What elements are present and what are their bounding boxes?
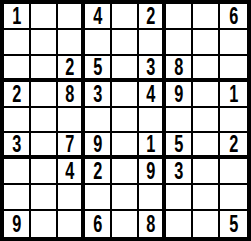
cell-r7c9[interactable] [220,159,247,185]
cell-r1c2[interactable] [31,4,58,30]
given-digit: 4 [65,159,74,183]
given-digit: 3 [12,133,21,156]
cell-r7c2[interactable] [31,159,58,185]
given-digit: 4 [93,4,102,28]
cell-r8c8[interactable] [193,185,220,211]
given-digit: 9 [93,133,102,156]
cell-r6c8[interactable] [193,133,220,159]
cell-r5c1[interactable] [4,108,31,134]
cell-r6c1: 3 [4,133,31,159]
cell-r3c2[interactable] [31,56,58,82]
cell-r8c3[interactable] [58,185,85,211]
cell-r1c5[interactable] [112,4,139,30]
cell-r4c7: 9 [166,82,193,108]
cell-r2c7[interactable] [166,30,193,56]
cell-r5c6[interactable] [139,108,166,134]
cell-r2c5[interactable] [112,30,139,56]
cell-r9c9: 5 [220,211,247,237]
cell-r1c7[interactable] [166,4,193,30]
cell-r4c4: 3 [85,82,112,108]
cell-r9c2[interactable] [31,211,58,237]
given-digit: 7 [65,133,74,156]
given-digit: 3 [93,82,102,106]
cell-r9c4: 6 [85,211,112,237]
cell-r6c3: 7 [58,133,85,159]
given-digit: 2 [229,133,238,156]
cell-r5c8[interactable] [193,108,220,134]
cell-r2c9[interactable] [220,30,247,56]
cell-r8c6[interactable] [139,185,166,211]
given-digit: 9 [146,159,155,183]
cell-r9c5[interactable] [112,211,139,237]
given-digit: 2 [93,159,102,183]
given-digit: 5 [93,56,102,79]
cell-r1c1: 1 [4,4,31,30]
cell-r2c6[interactable] [139,30,166,56]
cell-r7c6: 9 [139,159,166,185]
cell-r2c4[interactable] [85,30,112,56]
cell-r7c1[interactable] [4,159,31,185]
cell-r1c4: 4 [85,4,112,30]
given-digit: 6 [93,212,102,236]
cell-r4c3: 8 [58,82,85,108]
cell-r4c9: 1 [220,82,247,108]
given-digit: 2 [146,4,155,28]
cell-r7c8[interactable] [193,159,220,185]
given-digit: 8 [174,56,183,79]
cell-r4c8[interactable] [193,82,220,108]
given-digit: 1 [229,82,238,106]
cell-r5c7[interactable] [166,108,193,134]
cell-r8c4[interactable] [85,185,112,211]
cell-r3c8[interactable] [193,56,220,82]
given-digit: 2 [65,56,74,79]
cell-r2c2[interactable] [31,30,58,56]
cell-r6c7: 5 [166,133,193,159]
cell-r3c3: 2 [58,56,85,82]
cell-r1c9: 6 [220,4,247,30]
cell-r8c1[interactable] [4,185,31,211]
given-digit: 3 [146,56,155,79]
cell-r3c1[interactable] [4,56,31,82]
cell-r1c3[interactable] [58,4,85,30]
given-digit: 4 [146,82,155,106]
cell-r6c9: 2 [220,133,247,159]
cell-r8c7[interactable] [166,185,193,211]
cell-r3c6: 3 [139,56,166,82]
given-digit: 5 [229,212,238,236]
cell-r3c9[interactable] [220,56,247,82]
cell-r7c4: 2 [85,159,112,185]
cell-r2c3[interactable] [58,30,85,56]
cell-r6c5[interactable] [112,133,139,159]
given-digit: 9 [174,82,183,106]
given-digit: 1 [12,4,21,28]
cell-r4c5[interactable] [112,82,139,108]
cell-r5c4[interactable] [85,108,112,134]
cell-r6c2[interactable] [31,133,58,159]
cell-r9c8[interactable] [193,211,220,237]
cell-r2c8[interactable] [193,30,220,56]
given-digit: 9 [12,212,21,236]
given-digit: 8 [146,212,155,236]
cell-r8c9[interactable] [220,185,247,211]
cell-r3c7: 8 [166,56,193,82]
given-digit: 5 [174,133,183,156]
cell-r5c3[interactable] [58,108,85,134]
given-digit: 1 [146,133,155,156]
cell-r7c3: 4 [58,159,85,185]
cell-r7c5[interactable] [112,159,139,185]
given-digit: 8 [65,82,74,106]
given-digit: 6 [229,4,238,28]
cell-r9c7[interactable] [166,211,193,237]
cell-r9c1: 9 [4,211,31,237]
cell-r3c4: 5 [85,56,112,82]
cell-r4c6: 4 [139,82,166,108]
cell-r5c2[interactable] [31,108,58,134]
given-digit: 3 [174,159,183,183]
cell-r8c2[interactable] [31,185,58,211]
cell-r6c4: 9 [85,133,112,159]
given-digit: 2 [12,82,21,106]
cell-r4c1: 2 [4,82,31,108]
sudoku-board: 1426253828349137915242939685 [0,0,251,241]
cell-r9c3[interactable] [58,211,85,237]
cell-r4c2[interactable] [31,82,58,108]
cell-r1c8[interactable] [193,4,220,30]
cell-r2c1[interactable] [4,30,31,56]
cell-r8c5[interactable] [112,185,139,211]
cell-r1c6: 2 [139,4,166,30]
cell-r9c6: 8 [139,211,166,237]
cell-r7c7: 3 [166,159,193,185]
cell-r5c9[interactable] [220,108,247,134]
cell-r6c6: 1 [139,133,166,159]
cell-r3c5[interactable] [112,56,139,82]
cell-r5c5[interactable] [112,108,139,134]
